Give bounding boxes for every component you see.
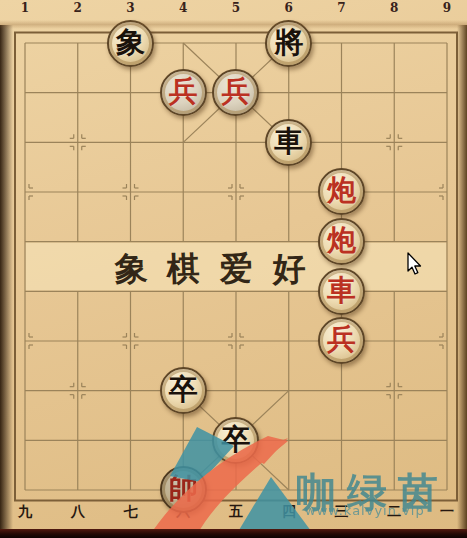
board-point-f5-r1[interactable] [210, 18, 263, 68]
board-point-f3-r3[interactable] [104, 118, 157, 168]
piece-glyph: 兵 [327, 325, 356, 354]
piece-glyph: 帥 [169, 474, 198, 503]
board-point-f9-r3[interactable] [421, 118, 467, 168]
board-point-f2-r10[interactable] [51, 465, 104, 515]
piece-glyph: 卒 [221, 425, 250, 454]
board-point-f8-r9[interactable] [368, 415, 421, 465]
piece-red-cannon-b[interactable]: 炮 [318, 218, 365, 265]
board-point-f5-r6[interactable] [210, 266, 263, 316]
board-point-f2-r3[interactable] [51, 118, 104, 168]
board-point-f3-r5[interactable] [104, 217, 157, 267]
board-point-f1-r3[interactable] [0, 118, 51, 168]
board-point-f4-r10[interactable]: 帥 [157, 465, 210, 515]
board-point-f8-r6[interactable] [368, 266, 421, 316]
board-point-f7-r2[interactable] [315, 68, 368, 118]
board-point-f9-r6[interactable] [421, 266, 467, 316]
board-point-f3-r1[interactable]: 象 [104, 18, 157, 68]
board-point-f6-r5[interactable] [262, 217, 315, 267]
board-point-f4-r5[interactable] [157, 217, 210, 267]
board-point-f4-r2[interactable]: 兵 [157, 68, 210, 118]
piece-black-soldier-b[interactable]: 卒 [212, 417, 259, 464]
board-point-f3-r9[interactable] [104, 415, 157, 465]
board-point-f8-r8[interactable] [368, 366, 421, 416]
board-point-f7-r9[interactable] [315, 415, 368, 465]
watermark-url-text: www.kalvyin.vip [305, 503, 460, 518]
piece-glyph: 兵 [221, 77, 250, 106]
board-point-f7-r6[interactable]: 車 [315, 266, 368, 316]
board-point-f9-r7[interactable] [421, 316, 467, 366]
file-label-top-8: 8 [385, 1, 403, 15]
piece-glyph: 車 [327, 276, 356, 305]
board-point-f7-r5[interactable]: 炮 [315, 217, 368, 267]
piece-red-chariot[interactable]: 車 [318, 268, 365, 315]
file-label-top-6: 6 [280, 1, 298, 15]
file-label-top-1: 1 [16, 1, 34, 15]
board-point-f2-r4[interactable] [51, 167, 104, 217]
board-point-f9-r4[interactable] [421, 167, 467, 217]
file-label-top-7: 7 [333, 1, 351, 15]
board-point-f4-r4[interactable] [157, 167, 210, 217]
piece-glyph: 車 [274, 127, 303, 156]
board-point-f9-r5[interactable] [421, 217, 467, 267]
board-point-f1-r8[interactable] [0, 366, 51, 416]
piece-glyph: 卒 [169, 375, 198, 404]
board-point-f8-r5[interactable] [368, 217, 421, 267]
board-point-f4-r3[interactable] [157, 118, 210, 168]
board-point-f1-r4[interactable] [0, 167, 51, 217]
board-point-f7-r8[interactable] [315, 366, 368, 416]
piece-red-soldier-b[interactable]: 兵 [212, 69, 259, 116]
board-point-f3-r2[interactable] [104, 68, 157, 118]
board-point-f4-r7[interactable] [157, 316, 210, 366]
board-point-f3-r7[interactable] [104, 316, 157, 366]
board-point-f3-r10[interactable] [104, 465, 157, 515]
board-point-f6-r1[interactable]: 將 [262, 18, 315, 68]
board-point-f5-r8[interactable] [210, 366, 263, 416]
board-point-f3-r4[interactable] [104, 167, 157, 217]
board-point-f6-r6[interactable] [262, 266, 315, 316]
piece-black-general[interactable]: 將 [265, 20, 312, 67]
board-point-f8-r7[interactable] [368, 316, 421, 366]
board-point-f7-r3[interactable] [315, 118, 368, 168]
board-point-f4-r6[interactable] [157, 266, 210, 316]
board-point-f5-r2[interactable]: 兵 [210, 68, 263, 118]
board-point-f5-r7[interactable] [210, 316, 263, 366]
board-point-f8-r4[interactable] [368, 167, 421, 217]
board-point-f2-r2[interactable] [51, 68, 104, 118]
piece-glyph: 炮 [327, 226, 356, 255]
file-label-top-2: 2 [69, 1, 87, 15]
board-point-f2-r8[interactable] [51, 366, 104, 416]
board-point-f8-r1[interactable] [368, 18, 421, 68]
piece-red-general[interactable]: 帥 [160, 466, 207, 513]
board-point-f5-r5[interactable] [210, 217, 263, 267]
board-point-f8-r3[interactable] [368, 118, 421, 168]
board-point-f1-r10[interactable] [0, 465, 51, 515]
file-label-top-3: 3 [122, 1, 140, 15]
board-point-f6-r3[interactable]: 車 [262, 118, 315, 168]
board-point-f2-r7[interactable] [51, 316, 104, 366]
board-point-f6-r2[interactable] [262, 68, 315, 118]
board-point-f9-r9[interactable] [421, 415, 467, 465]
board-point-f2-r6[interactable] [51, 266, 104, 316]
board-point-f6-r9[interactable] [262, 415, 315, 465]
piece-glyph: 炮 [327, 176, 356, 205]
piece-glyph: 兵 [169, 77, 198, 106]
board-point-f1-r7[interactable] [0, 316, 51, 366]
board-point-f7-r7[interactable]: 兵 [315, 316, 368, 366]
piece-red-cannon-a[interactable]: 炮 [318, 168, 365, 215]
piece-red-soldier-a[interactable]: 兵 [160, 69, 207, 116]
board-point-f1-r9[interactable] [0, 415, 51, 465]
board-point-f5-r9[interactable]: 卒 [210, 415, 263, 465]
board-point-f5-r10[interactable] [210, 465, 263, 515]
piece-glyph: 象 [116, 28, 145, 57]
board-point-f5-r3[interactable] [210, 118, 263, 168]
board-point-f7-r4[interactable]: 炮 [315, 167, 368, 217]
piece-red-soldier-c[interactable]: 兵 [318, 317, 365, 364]
board-point-f4-r9[interactable] [157, 415, 210, 465]
board-point-f6-r8[interactable] [262, 366, 315, 416]
file-label-top-9: 9 [438, 1, 456, 15]
board-point-f5-r4[interactable] [210, 167, 263, 217]
board-point-f1-r1[interactable] [0, 18, 51, 68]
board-point-f9-r2[interactable] [421, 68, 467, 118]
file-label-top-4: 4 [174, 1, 192, 15]
board-point-f2-r1[interactable] [51, 18, 104, 68]
board-grid: 象將兵兵車炮炮車兵卒卒帥 [0, 18, 467, 515]
board-point-f3-r8[interactable] [104, 366, 157, 416]
board-point-f2-r9[interactable] [51, 415, 104, 465]
board-point-f6-r4[interactable] [262, 167, 315, 217]
board-point-f3-r6[interactable] [104, 266, 157, 316]
board-point-f4-r8[interactable]: 卒 [157, 366, 210, 416]
board-point-f6-r7[interactable] [262, 316, 315, 366]
board-point-f4-r1[interactable] [157, 18, 210, 68]
piece-black-chariot[interactable]: 車 [265, 119, 312, 166]
xiangqi-board-screenshot: 123456789 九八七六五四三二一 象棋爱好 象將兵兵車炮炮車兵卒卒帥 咖绿… [0, 0, 467, 538]
board-point-f1-r2[interactable] [0, 68, 51, 118]
piece-glyph: 將 [274, 28, 303, 57]
board-point-f1-r5[interactable] [0, 217, 51, 267]
board-point-f1-r6[interactable] [0, 266, 51, 316]
board-point-f2-r5[interactable] [51, 217, 104, 267]
file-label-top-5: 5 [227, 1, 245, 15]
board-point-f7-r1[interactable] [315, 18, 368, 68]
piece-black-elephant[interactable]: 象 [107, 20, 154, 67]
board-point-f9-r1[interactable] [421, 18, 467, 68]
bottom-dark-bar [0, 529, 467, 538]
board-point-f9-r8[interactable] [421, 366, 467, 416]
piece-black-soldier-a[interactable]: 卒 [160, 367, 207, 414]
board-point-f8-r2[interactable] [368, 68, 421, 118]
